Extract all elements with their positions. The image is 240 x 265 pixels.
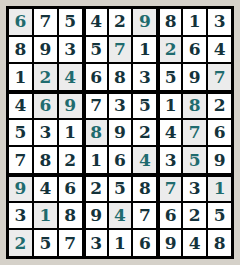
cell-r8c2[interactable]: 1 <box>34 203 57 229</box>
cell-r3c8[interactable]: 9 <box>183 64 206 90</box>
cell-r7c6[interactable]: 8 <box>133 175 156 201</box>
cell-r9c5[interactable]: 1 <box>109 230 132 256</box>
cell-r7c3[interactable]: 6 <box>59 175 82 201</box>
cell-r2c5[interactable]: 7 <box>109 37 132 63</box>
cell-r1c6[interactable]: 9 <box>133 9 156 35</box>
cell-r8c9[interactable]: 5 <box>208 203 231 229</box>
sudoku-board: 6754298138935712641246835974697351825318… <box>6 6 234 259</box>
cell-r1c2[interactable]: 7 <box>34 9 57 35</box>
cell-r9c8[interactable]: 4 <box>183 230 206 256</box>
cell-r7c1[interactable]: 9 <box>9 175 32 201</box>
cell-r2c7[interactable]: 2 <box>158 37 181 63</box>
cell-r1c7[interactable]: 8 <box>158 9 181 35</box>
cell-r9c9[interactable]: 8 <box>208 230 231 256</box>
cell-r5c8[interactable]: 7 <box>183 120 206 146</box>
cell-r6c9[interactable]: 9 <box>208 147 231 173</box>
cell-r4c8[interactable]: 8 <box>183 92 206 118</box>
cell-r5c2[interactable]: 3 <box>34 120 57 146</box>
cell-r8c5[interactable]: 4 <box>109 203 132 229</box>
cell-r3c6[interactable]: 3 <box>133 64 156 90</box>
cell-r4c7[interactable]: 1 <box>158 92 181 118</box>
cell-r1c1[interactable]: 6 <box>9 9 32 35</box>
cell-r6c1[interactable]: 7 <box>9 147 32 173</box>
cell-r9c3[interactable]: 7 <box>59 230 82 256</box>
cell-r8c4[interactable]: 9 <box>84 203 107 229</box>
cell-r4c6[interactable]: 5 <box>133 92 156 118</box>
cell-r8c7[interactable]: 6 <box>158 203 181 229</box>
cell-r6c5[interactable]: 6 <box>109 147 132 173</box>
cell-r6c2[interactable]: 8 <box>34 147 57 173</box>
cell-r5c4[interactable]: 8 <box>84 120 107 146</box>
cell-r7c2[interactable]: 4 <box>34 175 57 201</box>
cell-r5c6[interactable]: 2 <box>133 120 156 146</box>
cell-r7c5[interactable]: 5 <box>109 175 132 201</box>
cell-r7c8[interactable]: 3 <box>183 175 206 201</box>
cell-r3c4[interactable]: 6 <box>84 64 107 90</box>
cell-r6c4[interactable]: 1 <box>84 147 107 173</box>
cell-r2c3[interactable]: 3 <box>59 37 82 63</box>
cell-r8c6[interactable]: 7 <box>133 203 156 229</box>
cell-r8c3[interactable]: 8 <box>59 203 82 229</box>
cell-r4c3[interactable]: 9 <box>59 92 82 118</box>
cell-r2c9[interactable]: 4 <box>208 37 231 63</box>
cell-r2c1[interactable]: 8 <box>9 37 32 63</box>
cell-r4c4[interactable]: 7 <box>84 92 107 118</box>
cell-r7c7[interactable]: 7 <box>158 175 181 201</box>
cell-r4c5[interactable]: 3 <box>109 92 132 118</box>
cell-r6c6[interactable]: 4 <box>133 147 156 173</box>
cell-r6c3[interactable]: 2 <box>59 147 82 173</box>
cell-r4c1[interactable]: 4 <box>9 92 32 118</box>
cell-r5c1[interactable]: 5 <box>9 120 32 146</box>
cell-r7c4[interactable]: 2 <box>84 175 107 201</box>
cell-r5c7[interactable]: 4 <box>158 120 181 146</box>
cell-r8c8[interactable]: 2 <box>183 203 206 229</box>
cell-r9c2[interactable]: 5 <box>34 230 57 256</box>
cell-r5c3[interactable]: 1 <box>59 120 82 146</box>
cell-r3c5[interactable]: 8 <box>109 64 132 90</box>
cell-r9c4[interactable]: 3 <box>84 230 107 256</box>
cell-r2c6[interactable]: 1 <box>133 37 156 63</box>
cell-r1c4[interactable]: 4 <box>84 9 107 35</box>
cell-r1c9[interactable]: 3 <box>208 9 231 35</box>
cell-r3c2[interactable]: 2 <box>34 64 57 90</box>
cell-r5c5[interactable]: 9 <box>109 120 132 146</box>
cell-r4c2[interactable]: 6 <box>34 92 57 118</box>
cell-r7c9[interactable]: 1 <box>208 175 231 201</box>
cell-r3c3[interactable]: 4 <box>59 64 82 90</box>
cell-r3c1[interactable]: 1 <box>9 64 32 90</box>
cell-r3c9[interactable]: 7 <box>208 64 231 90</box>
cell-r2c4[interactable]: 5 <box>84 37 107 63</box>
cell-r9c6[interactable]: 6 <box>133 230 156 256</box>
cell-r4c9[interactable]: 2 <box>208 92 231 118</box>
cell-r2c8[interactable]: 6 <box>183 37 206 63</box>
cell-r9c1[interactable]: 2 <box>9 230 32 256</box>
cell-r1c5[interactable]: 2 <box>109 9 132 35</box>
cell-r1c8[interactable]: 1 <box>183 9 206 35</box>
cell-r9c7[interactable]: 9 <box>158 230 181 256</box>
cell-r8c1[interactable]: 3 <box>9 203 32 229</box>
cell-r1c3[interactable]: 5 <box>59 9 82 35</box>
cell-r3c7[interactable]: 5 <box>158 64 181 90</box>
cell-r6c7[interactable]: 3 <box>158 147 181 173</box>
cell-r5c9[interactable]: 6 <box>208 120 231 146</box>
cell-r2c2[interactable]: 9 <box>34 37 57 63</box>
cell-r6c8[interactable]: 5 <box>183 147 206 173</box>
